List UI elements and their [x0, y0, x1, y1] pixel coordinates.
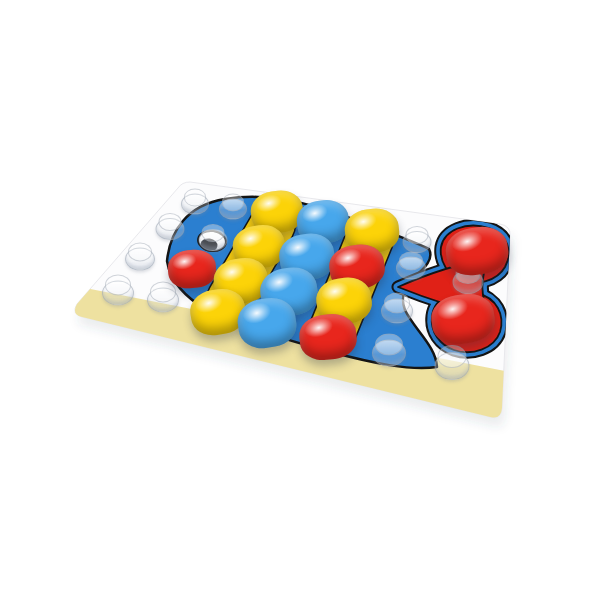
button-red[interactable]	[297, 312, 358, 363]
button-red[interactable]	[443, 223, 511, 278]
scene	[0, 0, 600, 600]
button-red[interactable]	[428, 290, 497, 347]
buttons-layer	[0, 0, 600, 600]
button-red[interactable]	[166, 248, 217, 290]
